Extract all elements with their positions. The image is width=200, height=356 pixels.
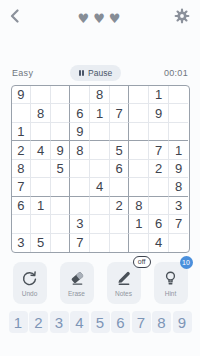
numpad-key-9[interactable]: 9	[173, 311, 192, 333]
cell-r3c4[interactable]: 9	[70, 123, 90, 141]
cell-r2c1[interactable]	[12, 104, 32, 122]
numpad-key-2[interactable]: 2	[29, 311, 48, 333]
cell-r4c8[interactable]: 7	[149, 141, 169, 159]
cell-r1c8[interactable]: 1	[149, 86, 169, 104]
cell-r7c6[interactable]: 2	[110, 197, 130, 215]
numpad-key-6[interactable]: 6	[111, 311, 130, 333]
cell-r3c1[interactable]: 1	[12, 123, 32, 141]
numpad-key-8[interactable]: 8	[152, 311, 171, 333]
cell-r8c7[interactable]: 1	[129, 215, 149, 233]
numpad-key-3[interactable]: 3	[50, 311, 69, 333]
cell-r6c6[interactable]	[110, 178, 130, 196]
cell-r6c4[interactable]	[70, 178, 90, 196]
cell-r2c6[interactable]: 7	[110, 104, 130, 122]
cell-r3c8[interactable]	[149, 123, 169, 141]
cell-r9c6[interactable]	[110, 234, 130, 252]
cell-r1c6[interactable]	[110, 86, 130, 104]
cell-r5c1[interactable]: 8	[12, 160, 32, 178]
cell-r5c6[interactable]: 6	[110, 160, 130, 178]
hint-count-badge: 10	[180, 256, 193, 269]
pause-button[interactable]: Pause	[70, 65, 121, 81]
toolbar: Undo Erase off Notes 10	[0, 262, 200, 304]
cell-r1c5[interactable]: 8	[90, 86, 110, 104]
cell-r7c8[interactable]	[149, 197, 169, 215]
cell-r9c4[interactable]: 7	[70, 234, 90, 252]
cell-r2c8[interactable]: 9	[149, 104, 169, 122]
erase-label: Erase	[68, 290, 85, 297]
cell-r4c9[interactable]: 1	[169, 141, 189, 159]
cell-r6c9[interactable]: 8	[169, 178, 189, 196]
timer: 00:01	[158, 68, 188, 78]
cell-r5c5[interactable]	[90, 160, 110, 178]
heart-icon: ♥	[109, 12, 121, 25]
cell-r3c6[interactable]	[110, 123, 130, 141]
cell-r7c2[interactable]: 1	[31, 197, 51, 215]
cell-r4c6[interactable]: 5	[110, 141, 130, 159]
cell-r1c4[interactable]	[70, 86, 90, 104]
back-chevron-icon	[10, 9, 19, 27]
cell-r3c2[interactable]	[31, 123, 51, 141]
heart-icon: ♥	[78, 12, 90, 25]
difficulty-label: Easy	[12, 68, 33, 78]
cell-r3c9[interactable]	[169, 123, 189, 141]
cell-r6c3[interactable]	[51, 178, 71, 196]
pause-label: Pause	[88, 68, 112, 78]
cell-r8c1[interactable]	[12, 215, 32, 233]
lives-hearts: ♥ ♥ ♥	[78, 12, 121, 25]
cell-r8c5[interactable]	[90, 215, 110, 233]
cell-r9c9[interactable]	[169, 234, 189, 252]
cell-r7c3[interactable]	[51, 197, 71, 215]
numpad-key-1[interactable]: 1	[9, 311, 28, 333]
cell-r7c5[interactable]	[90, 197, 110, 215]
undo-icon	[21, 270, 38, 287]
cell-r8c6[interactable]	[110, 215, 130, 233]
cell-r9c8[interactable]: 4	[149, 234, 169, 252]
cell-r5c8[interactable]: 2	[149, 160, 169, 178]
hint-label: Hint	[165, 290, 177, 297]
cell-r2c9[interactable]	[169, 104, 189, 122]
pause-icon	[79, 70, 84, 77]
cell-r2c2[interactable]: 8	[31, 104, 51, 122]
undo-label: Undo	[22, 290, 38, 297]
cell-r8c3[interactable]	[51, 215, 71, 233]
cell-r5c2[interactable]	[31, 160, 51, 178]
cell-r5c9[interactable]: 9	[169, 160, 189, 178]
eraser-icon	[68, 270, 86, 287]
cell-r9c1[interactable]: 3	[12, 234, 32, 252]
cell-r1c9[interactable]	[169, 86, 189, 104]
cell-r6c5[interactable]: 4	[90, 178, 110, 196]
cell-r4c2[interactable]: 4	[31, 141, 51, 159]
cell-r1c3[interactable]	[51, 86, 71, 104]
cell-r7c9[interactable]: 3	[169, 197, 189, 215]
cell-r6c2[interactable]	[31, 178, 51, 196]
cell-r9c7[interactable]	[129, 234, 149, 252]
numpad-key-4[interactable]: 4	[70, 311, 89, 333]
cell-r4c1[interactable]: 2	[12, 141, 32, 159]
cell-r8c4[interactable]: 3	[70, 215, 90, 233]
cell-r2c5[interactable]: 1	[90, 104, 110, 122]
cell-r2c3[interactable]	[51, 104, 71, 122]
hint-button[interactable]: 10 Hint	[154, 262, 188, 304]
cell-r2c7[interactable]	[129, 104, 149, 122]
cell-r5c4[interactable]	[70, 160, 90, 178]
cell-r3c7[interactable]	[129, 123, 149, 141]
cell-r4c4[interactable]: 8	[70, 141, 90, 159]
erase-button[interactable]: Erase	[60, 262, 94, 304]
cell-r6c8[interactable]	[149, 178, 169, 196]
cell-r4c3[interactable]: 9	[51, 141, 71, 159]
numpad-key-7[interactable]: 7	[132, 311, 151, 333]
cell-r6c7[interactable]	[129, 178, 149, 196]
cell-r1c1[interactable]: 9	[12, 86, 32, 104]
notes-off-badge: off	[133, 256, 151, 268]
lightbulb-icon	[162, 270, 179, 287]
undo-button[interactable]: Undo	[13, 262, 47, 304]
cell-r3c3[interactable]	[51, 123, 71, 141]
cell-r8c2[interactable]	[31, 215, 51, 233]
cell-r8c8[interactable]: 6	[149, 215, 169, 233]
cell-r4c7[interactable]	[129, 141, 149, 159]
back-button[interactable]	[10, 9, 26, 27]
cell-r9c5[interactable]	[90, 234, 110, 252]
cell-r5c3[interactable]: 5	[51, 160, 71, 178]
gear-icon	[174, 8, 190, 28]
cell-r7c7[interactable]: 8	[129, 197, 149, 215]
sudoku-grid: 98186179192498571856297486128331673574	[11, 85, 190, 253]
cell-r4c5[interactable]	[90, 141, 110, 159]
cell-r3c5[interactable]	[90, 123, 110, 141]
heart-icon: ♥	[93, 12, 105, 25]
notes-button[interactable]: off Notes	[107, 262, 141, 304]
pencil-icon	[115, 270, 133, 287]
cell-r8c9[interactable]: 7	[169, 215, 189, 233]
cell-r7c1[interactable]: 6	[12, 197, 32, 215]
notes-label: Notes	[115, 290, 132, 297]
cell-r7c4[interactable]	[70, 197, 90, 215]
status-row: Easy Pause 00:01	[0, 64, 200, 82]
cell-r6c1[interactable]: 7	[12, 178, 32, 196]
numpad-key-5[interactable]: 5	[91, 311, 110, 333]
cell-r1c2[interactable]	[31, 86, 51, 104]
top-bar: ♥ ♥ ♥	[0, 6, 200, 30]
cell-r5c7[interactable]	[129, 160, 149, 178]
settings-button[interactable]	[172, 8, 190, 28]
cell-r9c3[interactable]	[51, 234, 71, 252]
cell-r2c4[interactable]: 6	[70, 104, 90, 122]
number-pad: 123456789	[0, 311, 200, 333]
cell-r9c2[interactable]: 5	[31, 234, 51, 252]
cell-r1c7[interactable]	[129, 86, 149, 104]
